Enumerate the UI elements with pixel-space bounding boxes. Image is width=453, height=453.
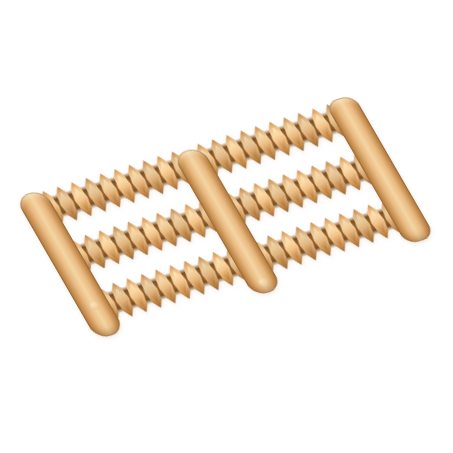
dowel-plug <box>88 300 101 311</box>
product-photo-canvas <box>0 0 453 453</box>
foot-roller-massager <box>15 94 436 340</box>
dowel-plug <box>257 277 270 288</box>
